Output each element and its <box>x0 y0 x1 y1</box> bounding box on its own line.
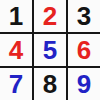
grid-cell-2-1[interactable]: 4 <box>0 34 32 66</box>
grid-cell-3-1[interactable]: 7 <box>0 68 32 100</box>
grid-cell-1-2[interactable]: 2 <box>34 0 66 32</box>
grid-cell-2-2[interactable]: 5 <box>34 34 66 66</box>
grid-cell-3-3[interactable]: 9 <box>68 68 100 100</box>
grid-cell-2-3[interactable]: 6 <box>68 34 100 66</box>
grid-cell-3-2[interactable]: 8 <box>34 68 66 100</box>
grid-cell-1-3[interactable]: 3 <box>68 0 100 32</box>
grid-cell-1-1[interactable]: 1 <box>0 0 32 32</box>
number-grid-board: 123456789 <box>0 0 100 100</box>
